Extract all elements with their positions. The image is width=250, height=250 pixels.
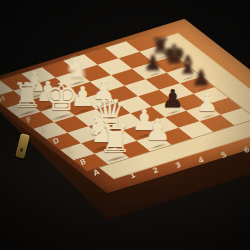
chess-piece-white-r-a2: ♜ bbox=[86, 121, 146, 159]
chess-piece-white-p-b7: ♟ bbox=[177, 91, 237, 115]
brass-clasp bbox=[15, 133, 30, 158]
chess-photo-scene: ♟♞♜♜♟♟♚♚♟♟♝♟♛♟♞♟♟♜♟ ABCDEFGH12345678 bbox=[0, 0, 250, 250]
